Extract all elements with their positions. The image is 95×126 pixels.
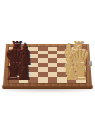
- piece-white-rook[interactable]: ♜: [72, 63, 89, 82]
- piece-black-pawn[interactable]: ♟: [16, 65, 31, 82]
- chess-set-photo: ♜♟♟♜♞♟♟♞♝♟♟♝♚♟♟♚♛♟♟♛♝♟♟♝♞♟♟♞♜♟♟♜: [0, 0, 95, 126]
- square[interactable]: [38, 77, 48, 82]
- square[interactable]: [48, 77, 58, 82]
